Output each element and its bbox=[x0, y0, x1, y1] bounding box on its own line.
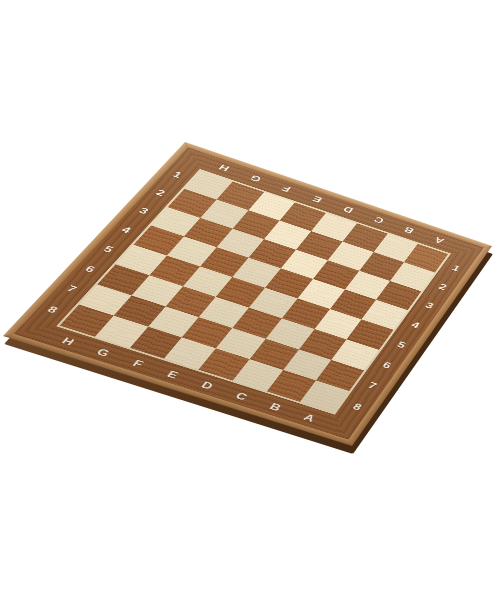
product-photo: HGFEDCBAHGFEDCBA1234567812345678 bbox=[0, 0, 500, 600]
chessboard: HGFEDCBAHGFEDCBA1234567812345678 bbox=[3, 142, 492, 446]
